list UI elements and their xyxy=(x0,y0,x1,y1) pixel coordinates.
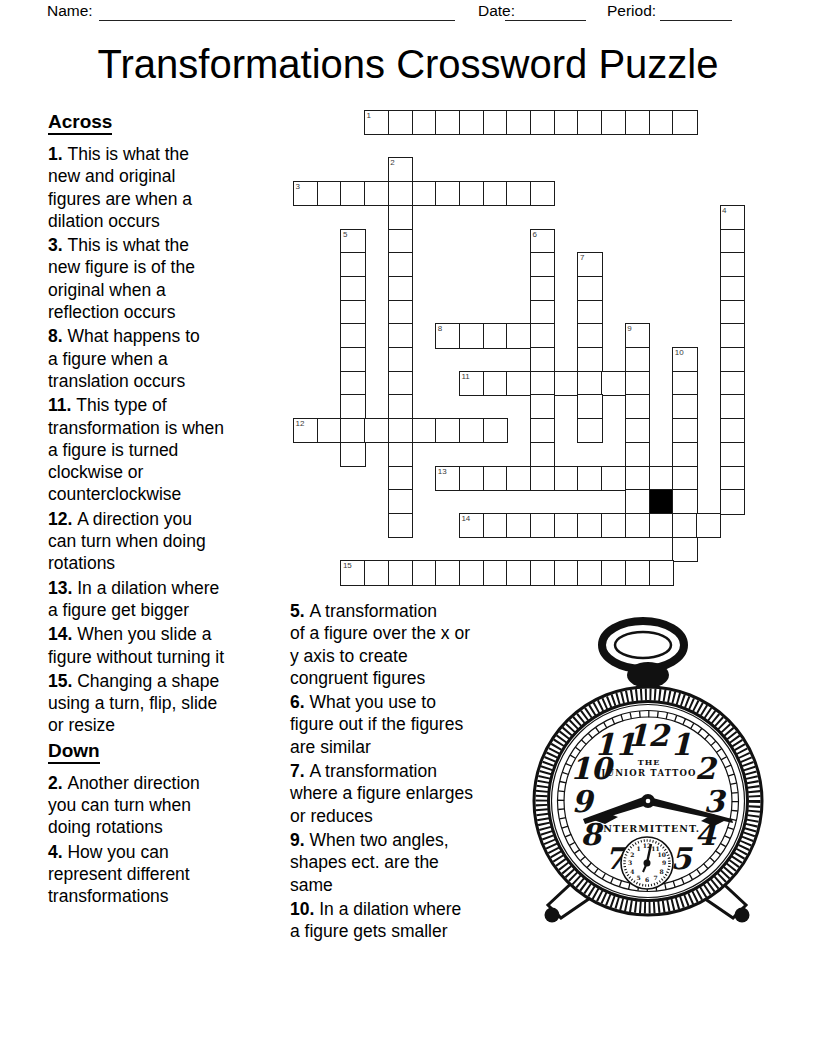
black-cell xyxy=(649,489,674,514)
grid-cell[interactable] xyxy=(317,181,342,206)
grid-cell[interactable] xyxy=(388,323,413,348)
clock-number: 10 xyxy=(658,851,666,858)
period-blank-line[interactable] xyxy=(660,2,732,21)
grid-cell[interactable]: 2 xyxy=(388,157,413,182)
clue-number: 5 xyxy=(343,230,347,239)
grid-cell[interactable]: 5 xyxy=(340,229,365,254)
grid-cell[interactable] xyxy=(577,110,602,135)
grid-cell[interactable] xyxy=(388,347,413,372)
grid-cell[interactable] xyxy=(530,323,555,348)
grid-cell[interactable] xyxy=(577,513,602,538)
grid-cell[interactable] xyxy=(388,371,413,396)
grid-cell[interactable] xyxy=(577,418,602,443)
clue-number: 10 xyxy=(675,348,684,357)
grid-cell[interactable] xyxy=(483,323,508,348)
grid-cell[interactable] xyxy=(720,347,745,372)
grid-cell[interactable] xyxy=(625,394,650,419)
clock-number: 4 xyxy=(630,868,634,875)
grid-cell[interactable]: 6 xyxy=(530,229,555,254)
grid-cell[interactable] xyxy=(506,560,531,585)
grid-cell[interactable] xyxy=(340,418,365,443)
grid-cell[interactable] xyxy=(720,394,745,419)
grid-cell[interactable] xyxy=(506,110,531,135)
crossword-grid: 123456789101112131415 xyxy=(293,110,744,585)
grid-cell[interactable] xyxy=(459,418,484,443)
grid-cell[interactable] xyxy=(672,489,697,514)
grid-cell[interactable] xyxy=(530,513,555,538)
down-clue-list-right: 5. A transformation of a figure over the… xyxy=(290,600,538,942)
grid-cell[interactable] xyxy=(483,560,508,585)
left-clue-column: Across 1. This is what the new and origi… xyxy=(48,111,282,910)
grid-cell[interactable] xyxy=(672,442,697,467)
grid-cell[interactable] xyxy=(388,466,413,491)
grid-cell[interactable] xyxy=(649,513,674,538)
grid-cell[interactable] xyxy=(577,276,602,301)
grid-cell[interactable] xyxy=(530,394,555,419)
grid-cell[interactable] xyxy=(530,181,555,206)
grid-cell[interactable]: 12 xyxy=(293,418,318,443)
grid-cell[interactable] xyxy=(577,323,602,348)
grid-cell[interactable] xyxy=(340,252,365,277)
grid-cell[interactable] xyxy=(459,560,484,585)
clue-across-3: 3. This is what the new figure is of the… xyxy=(48,234,282,323)
grid-cell[interactable] xyxy=(625,442,650,467)
grid-cell[interactable] xyxy=(577,560,602,585)
clock-number: 1 xyxy=(636,845,640,852)
grid-cell[interactable] xyxy=(554,560,579,585)
grid-cell[interactable] xyxy=(506,371,531,396)
clue-number: 13 xyxy=(438,467,447,476)
grid-cell[interactable] xyxy=(340,442,365,467)
grid-cell[interactable] xyxy=(388,418,413,443)
grid-cell[interactable] xyxy=(601,560,626,585)
grid-cell[interactable] xyxy=(388,513,413,538)
grid-cell[interactable] xyxy=(459,110,484,135)
clock-number: 6 xyxy=(645,876,649,883)
clue-down-9: 9. When two angles, shapes ect. are the … xyxy=(290,829,538,896)
name-blank-line[interactable] xyxy=(99,2,455,21)
clue-across-8: 8. What happens to a figure when a trans… xyxy=(48,325,282,392)
grid-cell[interactable] xyxy=(625,513,650,538)
clue-down-10: 10. In a dilation where a figure gets sm… xyxy=(290,898,538,943)
grid-cell[interactable] xyxy=(483,466,508,491)
clue-number: 15 xyxy=(343,561,352,570)
grid-cell[interactable]: 1 xyxy=(364,110,389,135)
grid-cell[interactable] xyxy=(459,181,484,206)
grid-cell[interactable] xyxy=(364,418,389,443)
grid-cell[interactable] xyxy=(554,371,579,396)
clue-number: 12 xyxy=(296,419,305,428)
grid-cell[interactable] xyxy=(412,181,437,206)
grid-cell[interactable] xyxy=(317,418,342,443)
grid-cell[interactable] xyxy=(506,181,531,206)
clock-brand-line1: THE xyxy=(638,757,661,767)
clue-across-12: 12. A direction you can turn when doing … xyxy=(48,508,282,575)
clue-down-4: 4. How you can represent different trans… xyxy=(48,841,282,908)
grid-cell[interactable] xyxy=(388,442,413,467)
grid-cell[interactable]: 9 xyxy=(625,323,650,348)
grid-cell[interactable] xyxy=(696,513,721,538)
grid-cell[interactable] xyxy=(649,466,674,491)
clue-number: 2 xyxy=(390,158,394,167)
clue-number: 3 xyxy=(296,182,300,191)
clock-number: 5 xyxy=(671,841,694,876)
grid-cell[interactable] xyxy=(554,110,579,135)
clue-number: 11 xyxy=(461,372,469,381)
grid-cell[interactable] xyxy=(720,229,745,254)
grid-cell[interactable]: 4 xyxy=(720,205,745,230)
grid-cell[interactable] xyxy=(720,489,745,514)
grid-cell[interactable] xyxy=(530,276,555,301)
grid-cell[interactable] xyxy=(388,205,413,230)
grid-cell[interactable] xyxy=(412,560,437,585)
clock-brand-line2: JUNIOR TATTOO xyxy=(600,768,696,778)
clock-number: 7 xyxy=(653,874,657,881)
middle-clue-column: 5. A transformation of a figure over the… xyxy=(290,598,538,944)
grid-cell[interactable] xyxy=(459,323,484,348)
grid-cell[interactable] xyxy=(506,466,531,491)
clue-down-5: 5. A transformation of a figure over the… xyxy=(290,600,538,689)
page-title: Transformations Crossword Puzzle xyxy=(0,42,816,87)
grid-cell[interactable] xyxy=(506,323,531,348)
grid-cell[interactable] xyxy=(601,371,626,396)
clock-number: 11 xyxy=(651,845,659,852)
grid-cell[interactable] xyxy=(530,300,555,325)
grid-cell[interactable] xyxy=(340,181,365,206)
clue-number: 6 xyxy=(533,230,537,239)
clock-number: 8 xyxy=(660,868,664,875)
grid-cell[interactable] xyxy=(483,371,508,396)
grid-cell[interactable] xyxy=(720,323,745,348)
grid-cell[interactable] xyxy=(601,110,626,135)
grid-cell[interactable] xyxy=(530,347,555,372)
grid-cell[interactable] xyxy=(720,300,745,325)
grid-cell[interactable]: 7 xyxy=(577,252,602,277)
clock-number: 1 xyxy=(671,727,692,762)
date-blank-line[interactable] xyxy=(505,2,586,21)
clock-intermittent-label: INTERMITTENT. xyxy=(598,823,700,834)
grid-cell[interactable] xyxy=(364,181,389,206)
clock-alarm-subdial: 123456789101112 xyxy=(621,837,673,889)
clue-down-6: 6. What you use to figure out if the fig… xyxy=(290,691,538,758)
grid-cell[interactable] xyxy=(340,394,365,419)
clue-number: 4 xyxy=(722,206,726,215)
grid-cell[interactable] xyxy=(625,466,650,491)
grid-cell[interactable] xyxy=(672,466,697,491)
grid-cell[interactable] xyxy=(530,252,555,277)
name-label: Name: xyxy=(47,2,93,20)
grid-cell[interactable]: 11 xyxy=(459,371,484,396)
grid-cell[interactable] xyxy=(577,347,602,372)
grid-cell[interactable] xyxy=(577,300,602,325)
grid-cell[interactable] xyxy=(483,418,508,443)
clue-number: 7 xyxy=(580,253,584,262)
clue-number: 14 xyxy=(461,514,470,523)
clue-across-15: 15. Changing a shape using a turn, flip,… xyxy=(48,670,282,737)
grid-cell[interactable] xyxy=(625,418,650,443)
grid-cell[interactable]: 13 xyxy=(435,466,460,491)
grid-cell[interactable] xyxy=(340,371,365,396)
grid-cell[interactable] xyxy=(364,560,389,585)
grid-cell[interactable] xyxy=(554,466,579,491)
grid-cell[interactable]: 10 xyxy=(672,347,697,372)
grid-cell[interactable] xyxy=(577,466,602,491)
grid-cell[interactable]: 3 xyxy=(293,181,318,206)
grid-cell[interactable] xyxy=(435,418,460,443)
grid-cell[interactable] xyxy=(388,110,413,135)
grid-cell[interactable] xyxy=(554,513,579,538)
grid-cell[interactable] xyxy=(459,466,484,491)
grid-cell[interactable] xyxy=(388,181,413,206)
grid-cell[interactable] xyxy=(530,371,555,396)
grid-cell[interactable] xyxy=(435,560,460,585)
grid-cell[interactable] xyxy=(625,489,650,514)
down-clue-list-left: 2. Another direction you can turn when d… xyxy=(48,772,282,908)
clue-across-14: 14. When you slide a figure without turn… xyxy=(48,623,282,668)
grid-cell[interactable] xyxy=(530,442,555,467)
clock-number: 9 xyxy=(572,784,596,819)
grid-cell[interactable] xyxy=(530,110,555,135)
clock-number: 12 xyxy=(627,718,671,753)
grid-cell[interactable] xyxy=(388,489,413,514)
clue-across-13: 13. In a dilation where a figure get big… xyxy=(48,577,282,622)
grid-cell[interactable] xyxy=(412,110,437,135)
grid-cell[interactable] xyxy=(530,418,555,443)
grid-cell[interactable] xyxy=(340,323,365,348)
grid-cell[interactable] xyxy=(388,300,413,325)
grid-cell[interactable] xyxy=(435,110,460,135)
across-clue-list: 1. This is what the new and original fig… xyxy=(48,143,282,737)
grid-cell[interactable] xyxy=(388,229,413,254)
grid-cell[interactable] xyxy=(601,513,626,538)
grid-cell[interactable] xyxy=(483,110,508,135)
clock-number: 2 xyxy=(695,751,718,786)
grid-cell[interactable] xyxy=(625,371,650,396)
grid-cell[interactable] xyxy=(720,252,745,277)
grid-cell[interactable] xyxy=(625,110,650,135)
clock-number: 3 xyxy=(628,859,632,866)
across-heading: Across xyxy=(48,111,112,135)
grid-cell[interactable] xyxy=(388,560,413,585)
grid-cell[interactable] xyxy=(672,110,697,135)
grid-cell[interactable] xyxy=(672,513,697,538)
grid-cell[interactable] xyxy=(625,347,650,372)
grid-cell[interactable] xyxy=(340,300,365,325)
clock-number: 2 xyxy=(630,851,634,858)
clue-number: 1 xyxy=(367,111,371,120)
grid-cell[interactable] xyxy=(672,394,697,419)
grid-cell[interactable] xyxy=(483,181,508,206)
grid-cell[interactable] xyxy=(388,394,413,419)
clue-number: 9 xyxy=(627,324,631,333)
clock-number: 5 xyxy=(636,874,640,881)
down-heading: Down xyxy=(48,740,100,764)
grid-cell[interactable] xyxy=(720,371,745,396)
grid-cell[interactable] xyxy=(672,537,697,562)
grid-cell[interactable]: 15 xyxy=(340,560,365,585)
grid-cell[interactable] xyxy=(720,276,745,301)
clue-across-11: 11. This type of transformation is when … xyxy=(48,394,282,505)
grid-cell[interactable] xyxy=(388,276,413,301)
grid-cell[interactable] xyxy=(530,466,555,491)
alarm-clock-illustration: 12345789101112 THE JUNIOR TATTOO INTERMI… xyxy=(529,613,765,933)
period-label: Period: xyxy=(607,2,656,20)
clock-number: 9 xyxy=(662,859,666,866)
worksheet-page: { "game": "crossword", "header": { "name… xyxy=(0,0,816,1056)
grid-cell[interactable] xyxy=(483,513,508,538)
grid-cell[interactable] xyxy=(530,560,555,585)
grid-cell[interactable] xyxy=(649,110,674,135)
grid-cell[interactable] xyxy=(672,371,697,396)
grid-cell[interactable] xyxy=(720,466,745,491)
grid-cell[interactable] xyxy=(720,418,745,443)
grid-cell[interactable] xyxy=(388,252,413,277)
grid-cell[interactable]: 8 xyxy=(435,323,460,348)
grid-cell[interactable] xyxy=(649,560,674,585)
grid-cell[interactable] xyxy=(625,560,650,585)
grid-cell[interactable] xyxy=(412,418,437,443)
clue-across-1: 1. This is what the new and original fig… xyxy=(48,143,282,232)
clue-number: 8 xyxy=(438,324,442,333)
grid-cell[interactable] xyxy=(577,371,602,396)
grid-cell[interactable] xyxy=(577,394,602,419)
clue-down-2: 2. Another direction you can turn when d… xyxy=(48,772,282,839)
clue-down-7: 7. A transformation where a figure enlar… xyxy=(290,760,538,827)
grid-cell[interactable]: 14 xyxy=(459,513,484,538)
grid-cell[interactable] xyxy=(601,466,626,491)
grid-cell[interactable] xyxy=(340,347,365,372)
grid-cell[interactable] xyxy=(340,276,365,301)
grid-cell[interactable] xyxy=(506,513,531,538)
grid-cell[interactable] xyxy=(435,181,460,206)
grid-cell[interactable] xyxy=(672,418,697,443)
grid-cell[interactable] xyxy=(720,442,745,467)
